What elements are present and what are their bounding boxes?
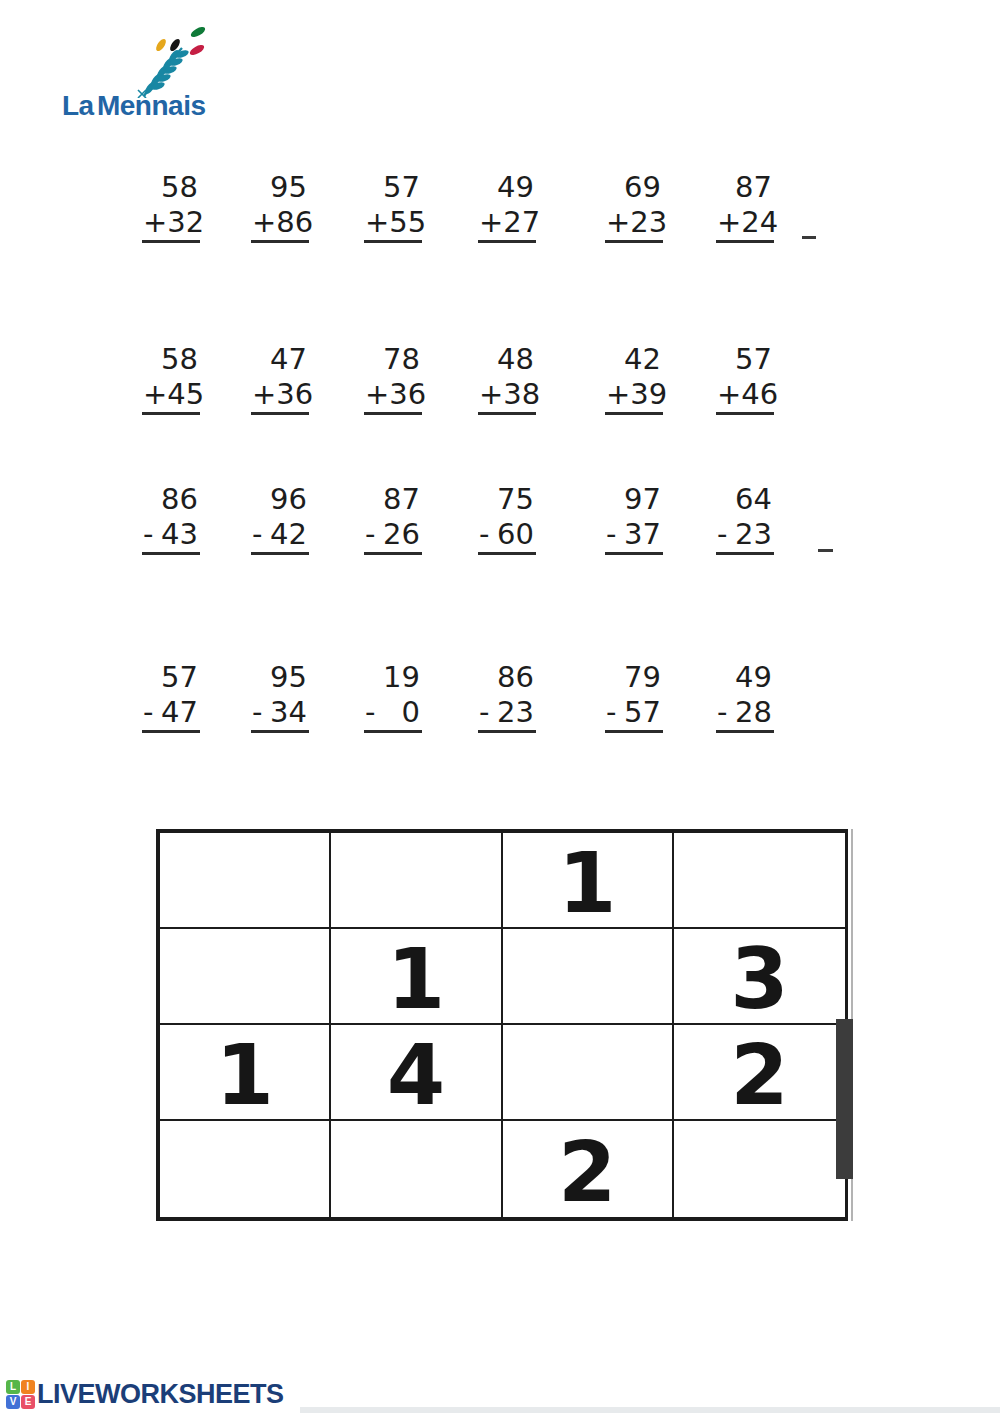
given-digit: 2 (730, 1033, 788, 1117)
operator-and-bottom-operand: +86 (251, 204, 309, 243)
top-operand: 58 (142, 170, 200, 204)
operator-sign: - (365, 697, 375, 727)
operator-and-bottom-operand: +38 (478, 376, 536, 415)
operator-and-bottom-operand: +36 (251, 376, 309, 415)
math-problem-r2c2: 47+36 (251, 342, 309, 415)
operator-and-bottom-operand: +27 (478, 204, 536, 243)
operator-and-bottom-operand: -34 (251, 694, 309, 733)
given-digit: 2 (558, 1130, 616, 1214)
operator-sign: + (365, 207, 389, 237)
dark-bar-artifact (836, 1019, 853, 1179)
operator-and-bottom-operand: -42 (251, 516, 309, 555)
bottom-operand: 36 (389, 379, 426, 409)
operator-and-bottom-operand: +45 (142, 376, 200, 415)
grid-cell-r3c1: 1 (160, 1025, 331, 1121)
math-problem-r1c2: 95+86 (251, 170, 309, 243)
operator-sign: - (479, 519, 489, 549)
math-problem-r4c2: 95-34 (251, 660, 309, 733)
stray-answer-dash-2 (818, 549, 833, 552)
bottom-operand: 36 (276, 379, 313, 409)
top-operand: 64 (716, 482, 774, 516)
math-problem-r1c1: 58+32 (142, 170, 200, 243)
grid-cell-r4c3: 2 (503, 1121, 674, 1217)
operator-sign: - (717, 519, 727, 549)
math-problem-r4c1: 57-47 (142, 660, 200, 733)
math-problem-r1c4: 49+27 (478, 170, 536, 243)
operator-sign: + (606, 207, 630, 237)
top-operand: 87 (364, 482, 422, 516)
top-operand: 69 (605, 170, 663, 204)
grid-cell-r2c2: 1 (331, 929, 502, 1025)
bottom-operand: 39 (630, 379, 667, 409)
operator-sign: + (717, 379, 741, 409)
operator-and-bottom-operand: -0 (364, 694, 422, 733)
grid-cell-r2c4: 3 (674, 929, 845, 1025)
top-operand: 95 (251, 660, 309, 694)
operator-and-bottom-operand: -23 (478, 694, 536, 733)
operator-sign: - (143, 697, 153, 727)
grid-cell-r1c2[interactable] (331, 833, 502, 929)
grid-cell-r2c1[interactable] (160, 929, 331, 1025)
brand-name: La Mennais (62, 90, 205, 122)
math-problem-r3c1: 86-43 (142, 482, 200, 555)
bottom-operand: 47 (161, 697, 198, 727)
top-operand: 48 (478, 342, 536, 376)
operator-and-bottom-operand: +23 (605, 204, 663, 243)
bottom-operand: 57 (624, 697, 661, 727)
bottom-operand: 38 (503, 379, 540, 409)
stray-answer-dash-1 (802, 236, 816, 239)
given-digit: 4 (387, 1033, 445, 1117)
operator-sign: + (365, 379, 389, 409)
given-digit: 1 (387, 937, 445, 1021)
operator-sign: - (606, 519, 616, 549)
grid-cell-r3c3[interactable] (503, 1025, 674, 1121)
operator-and-bottom-operand: +24 (716, 204, 774, 243)
icon-letter-square-i: I (21, 1380, 35, 1394)
bottom-operand: 23 (735, 519, 772, 549)
liveworksheets-logo: LIVE LIVEWORKSHEETS (6, 1380, 284, 1409)
icon-letter-square-l: L (6, 1380, 20, 1394)
operator-sign: - (252, 697, 262, 727)
operator-and-bottom-operand: -57 (605, 694, 663, 733)
top-operand: 78 (364, 342, 422, 376)
math-problem-r3c4: 75-60 (478, 482, 536, 555)
operator-and-bottom-operand: -26 (364, 516, 422, 555)
operator-sign: + (479, 379, 503, 409)
bottom-operand: 43 (161, 519, 198, 549)
wheat-branch-icon (132, 22, 208, 98)
bottom-operand: 28 (735, 697, 772, 727)
grid-cell-r4c1[interactable] (160, 1121, 331, 1217)
operator-sign: + (717, 207, 741, 237)
top-operand: 97 (605, 482, 663, 516)
bottom-operand: 86 (276, 207, 313, 237)
bottom-operand: 37 (624, 519, 661, 549)
operator-and-bottom-operand: +55 (364, 204, 422, 243)
grid-cell-r3c2: 4 (331, 1025, 502, 1121)
operator-and-bottom-operand: +46 (716, 376, 774, 415)
top-operand: 58 (142, 342, 200, 376)
top-operand: 95 (251, 170, 309, 204)
operator-and-bottom-operand: -28 (716, 694, 774, 733)
liveworksheets-squares-icon: LIVE (6, 1380, 35, 1409)
bottom-operand: 24 (741, 207, 778, 237)
operator-sign: + (606, 379, 630, 409)
grid-cell-r2c3[interactable] (503, 929, 674, 1025)
grid-cell-r4c2[interactable] (331, 1121, 502, 1217)
operator-and-bottom-operand: -37 (605, 516, 663, 555)
footer-brand-name: LIVEWORKSHEETS (37, 1380, 284, 1409)
math-problem-r3c3: 87-26 (364, 482, 422, 555)
math-problem-r4c4: 86-23 (478, 660, 536, 733)
top-operand: 79 (605, 660, 663, 694)
top-operand: 49 (478, 170, 536, 204)
operator-sign: + (143, 207, 167, 237)
operator-sign: - (479, 697, 489, 727)
math-problem-r4c3: 19-0 (364, 660, 422, 733)
lamennais-logo: La Mennais (60, 22, 250, 127)
operator-sign: - (252, 519, 262, 549)
math-problem-r2c4: 48+38 (478, 342, 536, 415)
number-puzzle-grid: 1131422 (156, 829, 848, 1221)
math-problem-r1c5: 69+23 (605, 170, 663, 243)
grid-cell-r4c4[interactable] (674, 1121, 845, 1217)
page-bottom-strip (300, 1407, 1000, 1413)
top-operand: 86 (478, 660, 536, 694)
top-operand: 19 (364, 660, 422, 694)
bottom-operand: 34 (270, 697, 307, 727)
bottom-operand: 55 (389, 207, 426, 237)
top-operand: 57 (364, 170, 422, 204)
operator-and-bottom-operand: -43 (142, 516, 200, 555)
math-problem-r4c5: 79-57 (605, 660, 663, 733)
bottom-operand: 26 (383, 519, 420, 549)
operator-and-bottom-operand: -23 (716, 516, 774, 555)
math-problem-r2c1: 58+45 (142, 342, 200, 415)
grid-cell-r3c4: 2 (674, 1025, 845, 1121)
top-operand: 49 (716, 660, 774, 694)
bottom-operand: 45 (167, 379, 204, 409)
operator-sign: - (717, 697, 727, 727)
given-digit: 3 (730, 937, 788, 1021)
bottom-operand: 46 (741, 379, 778, 409)
operator-sign: + (252, 207, 276, 237)
operator-sign: + (479, 207, 503, 237)
operator-sign: - (365, 519, 375, 549)
bottom-operand: 0 (402, 697, 420, 727)
math-problem-r2c5: 42+39 (605, 342, 663, 415)
top-operand: 47 (251, 342, 309, 376)
math-problem-r1c3: 57+55 (364, 170, 422, 243)
given-digit: 1 (215, 1033, 273, 1117)
top-operand: 42 (605, 342, 663, 376)
given-digit: 1 (558, 841, 616, 925)
operator-sign: - (606, 697, 616, 727)
operator-and-bottom-operand: -47 (142, 694, 200, 733)
math-problem-r2c6: 57+46 (716, 342, 774, 415)
math-problem-r3c6: 64-23 (716, 482, 774, 555)
top-operand: 86 (142, 482, 200, 516)
top-operand: 96 (251, 482, 309, 516)
math-problem-r3c2: 96-42 (251, 482, 309, 555)
math-problem-r3c5: 97-37 (605, 482, 663, 555)
bottom-operand: 32 (167, 207, 204, 237)
grid-cell-r1c4[interactable] (674, 833, 845, 929)
bottom-operand: 27 (503, 207, 540, 237)
top-operand: 87 (716, 170, 774, 204)
math-problem-r4c6: 49-28 (716, 660, 774, 733)
bottom-operand: 23 (497, 697, 534, 727)
top-operand: 57 (142, 660, 200, 694)
operator-and-bottom-operand: +39 (605, 376, 663, 415)
bottom-operand: 23 (630, 207, 667, 237)
icon-letter-square-e: E (21, 1395, 35, 1409)
grid-cell-r1c1[interactable] (160, 833, 331, 929)
operator-sign: + (143, 379, 167, 409)
top-operand: 75 (478, 482, 536, 516)
operator-sign: - (143, 519, 153, 549)
bottom-operand: 42 (270, 519, 307, 549)
top-operand: 57 (716, 342, 774, 376)
math-problem-r2c3: 78+36 (364, 342, 422, 415)
bottom-operand: 60 (497, 519, 534, 549)
icon-letter-square-v: V (6, 1395, 20, 1409)
operator-and-bottom-operand: +32 (142, 204, 200, 243)
grid-cell-r1c3: 1 (503, 833, 674, 929)
operator-sign: + (252, 379, 276, 409)
operator-and-bottom-operand: -60 (478, 516, 536, 555)
operator-and-bottom-operand: +36 (364, 376, 422, 415)
math-problem-r1c6: 87+24 (716, 170, 774, 243)
